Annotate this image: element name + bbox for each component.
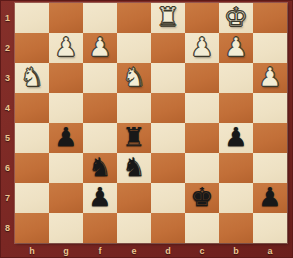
black-pawn-g5: ♟ xyxy=(54,124,77,150)
square-b3[interactable] xyxy=(219,63,253,93)
square-b1[interactable]: ♚ xyxy=(219,3,253,33)
white-king-b1: ♚ xyxy=(224,4,247,30)
black-king-c7: ♚ xyxy=(190,184,213,210)
square-b5[interactable]: ♟ xyxy=(219,123,253,153)
square-g1[interactable] xyxy=(49,3,83,33)
white-pawn-f2: ♟ xyxy=(88,34,111,60)
square-b7[interactable] xyxy=(219,183,253,213)
square-h7[interactable] xyxy=(15,183,49,213)
square-g5[interactable]: ♟ xyxy=(49,123,83,153)
rank-label-4: 4 xyxy=(0,93,15,123)
square-e4[interactable] xyxy=(117,93,151,123)
square-e8[interactable] xyxy=(117,213,151,243)
square-f5[interactable] xyxy=(83,123,117,153)
rank-label-6: 6 xyxy=(0,153,15,183)
square-e5[interactable]: ♜ xyxy=(117,123,151,153)
square-g7[interactable] xyxy=(49,183,83,213)
square-h2[interactable] xyxy=(15,33,49,63)
square-g8[interactable] xyxy=(49,213,83,243)
square-e7[interactable] xyxy=(117,183,151,213)
black-knight-e6: ♞ xyxy=(122,154,145,180)
square-c3[interactable] xyxy=(185,63,219,93)
square-a1[interactable] xyxy=(253,3,287,33)
chess-board-screenshot: ♜♚♟♟♟♟♞♞♟♟♜♟♞♞♟♚♟ 12345678hgfedcba xyxy=(0,0,293,258)
square-a7[interactable]: ♟ xyxy=(253,183,287,213)
square-c7[interactable]: ♚ xyxy=(185,183,219,213)
square-b6[interactable] xyxy=(219,153,253,183)
white-pawn-a3: ♟ xyxy=(258,64,281,90)
rank-label-8: 8 xyxy=(0,213,15,243)
square-d2[interactable] xyxy=(151,33,185,63)
file-label-c: c xyxy=(185,243,219,258)
square-d3[interactable] xyxy=(151,63,185,93)
square-c1[interactable] xyxy=(185,3,219,33)
square-d4[interactable] xyxy=(151,93,185,123)
square-f2[interactable]: ♟ xyxy=(83,33,117,63)
black-pawn-f7: ♟ xyxy=(88,184,111,210)
square-h5[interactable] xyxy=(15,123,49,153)
square-h1[interactable] xyxy=(15,3,49,33)
square-b2[interactable]: ♟ xyxy=(219,33,253,63)
square-c2[interactable]: ♟ xyxy=(185,33,219,63)
square-c4[interactable] xyxy=(185,93,219,123)
file-label-f: f xyxy=(83,243,117,258)
square-d5[interactable] xyxy=(151,123,185,153)
rank-label-5: 5 xyxy=(0,123,15,153)
square-h3[interactable]: ♞ xyxy=(15,63,49,93)
square-e6[interactable]: ♞ xyxy=(117,153,151,183)
black-rook-e5: ♜ xyxy=(122,124,145,150)
square-f3[interactable] xyxy=(83,63,117,93)
square-a3[interactable]: ♟ xyxy=(253,63,287,93)
black-pawn-a7: ♟ xyxy=(258,184,281,210)
file-label-h: h xyxy=(15,243,49,258)
rank-label-3: 3 xyxy=(0,63,15,93)
square-e1[interactable] xyxy=(117,3,151,33)
square-b4[interactable] xyxy=(219,93,253,123)
square-a4[interactable] xyxy=(253,93,287,123)
file-label-b: b xyxy=(219,243,253,258)
black-knight-f6: ♞ xyxy=(88,154,111,180)
white-pawn-c2: ♟ xyxy=(190,34,213,60)
square-d7[interactable] xyxy=(151,183,185,213)
file-label-g: g xyxy=(49,243,83,258)
square-c6[interactable] xyxy=(185,153,219,183)
square-f8[interactable] xyxy=(83,213,117,243)
file-label-e: e xyxy=(117,243,151,258)
square-d6[interactable] xyxy=(151,153,185,183)
square-g2[interactable]: ♟ xyxy=(49,33,83,63)
square-h6[interactable] xyxy=(15,153,49,183)
square-c5[interactable] xyxy=(185,123,219,153)
rank-label-1: 1 xyxy=(0,3,15,33)
square-h8[interactable] xyxy=(15,213,49,243)
square-a6[interactable] xyxy=(253,153,287,183)
square-e2[interactable] xyxy=(117,33,151,63)
chess-board: ♜♚♟♟♟♟♞♞♟♟♜♟♞♞♟♚♟ xyxy=(15,3,287,243)
square-f4[interactable] xyxy=(83,93,117,123)
square-g4[interactable] xyxy=(49,93,83,123)
white-pawn-b2: ♟ xyxy=(224,34,247,60)
square-d1[interactable]: ♜ xyxy=(151,3,185,33)
file-label-a: a xyxy=(253,243,287,258)
white-rook-d1: ♜ xyxy=(156,4,179,30)
square-b8[interactable] xyxy=(219,213,253,243)
square-a5[interactable] xyxy=(253,123,287,153)
square-f1[interactable] xyxy=(83,3,117,33)
square-h4[interactable] xyxy=(15,93,49,123)
square-g3[interactable] xyxy=(49,63,83,93)
rank-label-2: 2 xyxy=(0,33,15,63)
square-g6[interactable] xyxy=(49,153,83,183)
square-f6[interactable]: ♞ xyxy=(83,153,117,183)
square-c8[interactable] xyxy=(185,213,219,243)
square-f7[interactable]: ♟ xyxy=(83,183,117,213)
square-a2[interactable] xyxy=(253,33,287,63)
black-pawn-b5: ♟ xyxy=(224,124,247,150)
white-knight-e3: ♞ xyxy=(122,64,145,90)
white-pawn-g2: ♟ xyxy=(54,34,77,60)
file-label-d: d xyxy=(151,243,185,258)
square-e3[interactable]: ♞ xyxy=(117,63,151,93)
white-knight-h3: ♞ xyxy=(20,64,43,90)
square-d8[interactable] xyxy=(151,213,185,243)
square-a8[interactable] xyxy=(253,213,287,243)
rank-label-7: 7 xyxy=(0,183,15,213)
